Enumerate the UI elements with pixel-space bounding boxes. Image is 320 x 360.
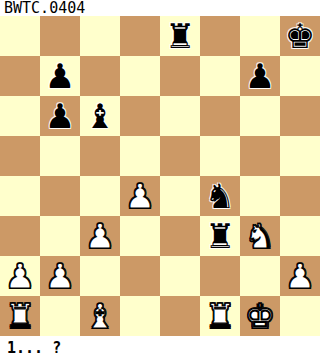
square-b6[interactable]: ♟ — [40, 96, 80, 136]
square-c5[interactable] — [80, 136, 120, 176]
white-king: ♚ — [245, 296, 275, 336]
square-g8[interactable] — [240, 16, 280, 56]
square-a5[interactable] — [0, 136, 40, 176]
square-c8[interactable] — [80, 16, 120, 56]
square-d8[interactable] — [120, 16, 160, 56]
white-knight: ♞ — [245, 216, 275, 256]
square-a4[interactable] — [0, 176, 40, 216]
square-a2[interactable]: ♟ — [0, 256, 40, 296]
black-pawn: ♟ — [45, 56, 75, 96]
square-f6[interactable] — [200, 96, 240, 136]
puzzle-title: BWTC.0404 — [0, 0, 320, 16]
move-prompt: 1... ? — [0, 336, 320, 360]
square-g6[interactable] — [240, 96, 280, 136]
square-b1[interactable] — [40, 296, 80, 336]
square-b2[interactable]: ♟ — [40, 256, 80, 296]
square-a8[interactable] — [0, 16, 40, 56]
square-f1[interactable]: ♜ — [200, 296, 240, 336]
square-b8[interactable] — [40, 16, 80, 56]
square-c6[interactable]: ♝ — [80, 96, 120, 136]
chess-board: ♜♚♟♟♟♝♟♞♟♜♞♟♟♟♜♝♜♚ — [0, 16, 320, 336]
square-a6[interactable] — [0, 96, 40, 136]
black-pawn: ♟ — [45, 96, 75, 136]
square-h2[interactable]: ♟ — [280, 256, 320, 296]
square-a3[interactable] — [0, 216, 40, 256]
square-f7[interactable] — [200, 56, 240, 96]
square-b5[interactable] — [40, 136, 80, 176]
square-h7[interactable] — [280, 56, 320, 96]
square-b4[interactable] — [40, 176, 80, 216]
black-bishop: ♝ — [85, 96, 115, 136]
black-king: ♚ — [285, 16, 315, 56]
white-rook: ♜ — [205, 296, 235, 336]
square-e2[interactable] — [160, 256, 200, 296]
square-h5[interactable] — [280, 136, 320, 176]
square-a7[interactable] — [0, 56, 40, 96]
square-c2[interactable] — [80, 256, 120, 296]
square-h3[interactable] — [280, 216, 320, 256]
square-b3[interactable] — [40, 216, 80, 256]
white-pawn: ♟ — [85, 216, 115, 256]
square-e5[interactable] — [160, 136, 200, 176]
square-c3[interactable]: ♟ — [80, 216, 120, 256]
square-f2[interactable] — [200, 256, 240, 296]
square-e7[interactable] — [160, 56, 200, 96]
square-g4[interactable] — [240, 176, 280, 216]
black-pawn: ♟ — [245, 56, 275, 96]
square-a1[interactable]: ♜ — [0, 296, 40, 336]
white-bishop: ♝ — [85, 296, 115, 336]
white-pawn: ♟ — [125, 176, 155, 216]
square-h8[interactable]: ♚ — [280, 16, 320, 56]
square-d7[interactable] — [120, 56, 160, 96]
square-h1[interactable] — [280, 296, 320, 336]
square-e3[interactable] — [160, 216, 200, 256]
square-d5[interactable] — [120, 136, 160, 176]
square-d6[interactable] — [120, 96, 160, 136]
square-d2[interactable] — [120, 256, 160, 296]
square-c4[interactable] — [80, 176, 120, 216]
square-d4[interactable]: ♟ — [120, 176, 160, 216]
square-g2[interactable] — [240, 256, 280, 296]
square-g7[interactable]: ♟ — [240, 56, 280, 96]
square-g1[interactable]: ♚ — [240, 296, 280, 336]
square-e8[interactable]: ♜ — [160, 16, 200, 56]
square-e1[interactable] — [160, 296, 200, 336]
square-d3[interactable] — [120, 216, 160, 256]
square-e6[interactable] — [160, 96, 200, 136]
chess-puzzle-window: BWTC.0404 ♜♚♟♟♟♝♟♞♟♜♞♟♟♟♜♝♜♚ 1... ? — [0, 0, 320, 360]
square-g3[interactable]: ♞ — [240, 216, 280, 256]
black-rook: ♜ — [165, 16, 195, 56]
square-c7[interactable] — [80, 56, 120, 96]
square-g5[interactable] — [240, 136, 280, 176]
square-f8[interactable] — [200, 16, 240, 56]
square-f5[interactable] — [200, 136, 240, 176]
white-pawn: ♟ — [285, 256, 315, 296]
white-pawn: ♟ — [5, 256, 35, 296]
white-pawn: ♟ — [45, 256, 75, 296]
square-b7[interactable]: ♟ — [40, 56, 80, 96]
square-f4[interactable]: ♞ — [200, 176, 240, 216]
square-h4[interactable] — [280, 176, 320, 216]
square-c1[interactable]: ♝ — [80, 296, 120, 336]
square-h6[interactable] — [280, 96, 320, 136]
square-d1[interactable] — [120, 296, 160, 336]
black-knight: ♞ — [205, 176, 235, 216]
white-rook: ♜ — [5, 296, 35, 336]
black-rook: ♜ — [205, 216, 235, 256]
square-f3[interactable]: ♜ — [200, 216, 240, 256]
square-e4[interactable] — [160, 176, 200, 216]
